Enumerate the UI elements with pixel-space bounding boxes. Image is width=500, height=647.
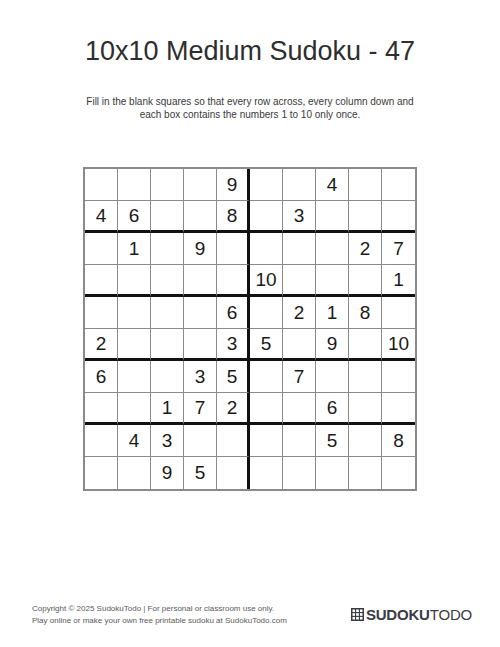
cell-r3c5 xyxy=(217,233,250,265)
footer: Copyright © 2025 SudokuTodo | For person… xyxy=(32,603,472,626)
cell-r1c7 xyxy=(283,169,316,201)
cell-r4c4 xyxy=(184,265,217,297)
cell-r10c9 xyxy=(349,457,382,489)
cell-r8c1 xyxy=(85,393,118,425)
instructions-line1: Fill in the blank squares so that every … xyxy=(86,96,413,107)
cell-r4c9 xyxy=(349,265,382,297)
cell-r8c5: 2 xyxy=(217,393,250,425)
cell-r6c3 xyxy=(151,329,184,361)
cell-r5c4 xyxy=(184,297,217,329)
logo-text-todo: TODO xyxy=(430,607,472,622)
cell-r2c1: 4 xyxy=(85,201,118,233)
cell-r1c10 xyxy=(382,169,415,201)
cell-r10c1 xyxy=(85,457,118,489)
sudoku-board: 9446831927101621823591063571726435895 xyxy=(83,167,417,491)
cell-r4c8 xyxy=(316,265,349,297)
cell-r6c1: 2 xyxy=(85,329,118,361)
cell-r8c8: 6 xyxy=(316,393,349,425)
cell-r10c3: 9 xyxy=(151,457,184,489)
cell-r9c1 xyxy=(85,425,118,457)
cell-r4c1 xyxy=(85,265,118,297)
cell-r9c5 xyxy=(217,425,250,457)
cell-r6c10: 10 xyxy=(382,329,415,361)
cell-r3c6 xyxy=(250,233,283,265)
sudoku-grid-icon xyxy=(351,608,364,621)
cell-r1c2 xyxy=(118,169,151,201)
cell-r1c8: 4 xyxy=(316,169,349,201)
copyright-line1: Copyright © 2025 SudokuTodo | For person… xyxy=(32,603,287,615)
footer-copyright: Copyright © 2025 SudokuTodo | For person… xyxy=(32,603,287,626)
puzzle-title: 10x10 Medium Sudoku - 47 xyxy=(0,36,500,67)
cell-r5c5: 6 xyxy=(217,297,250,329)
cell-r6c6: 5 xyxy=(250,329,283,361)
cell-r2c10 xyxy=(382,201,415,233)
cell-r5c2 xyxy=(118,297,151,329)
logo: SUDOKUTODO xyxy=(351,607,472,622)
cell-r9c2: 4 xyxy=(118,425,151,457)
cell-r4c7 xyxy=(283,265,316,297)
cell-r2c4 xyxy=(184,201,217,233)
cell-r9c3: 3 xyxy=(151,425,184,457)
cell-r2c3 xyxy=(151,201,184,233)
cell-r9c4 xyxy=(184,425,217,457)
copyright-line2: Play online or make your own free printa… xyxy=(32,615,287,627)
cell-r10c6 xyxy=(250,457,283,489)
cell-r9c6 xyxy=(250,425,283,457)
cell-r8c3: 1 xyxy=(151,393,184,425)
cell-r9c8: 5 xyxy=(316,425,349,457)
cell-r7c8 xyxy=(316,361,349,393)
cell-r5c6 xyxy=(250,297,283,329)
cell-r10c5 xyxy=(217,457,250,489)
page: 10x10 Medium Sudoku - 47 Fill in the bla… xyxy=(0,0,500,647)
cell-r2c2: 6 xyxy=(118,201,151,233)
cell-r6c2 xyxy=(118,329,151,361)
cell-r8c6 xyxy=(250,393,283,425)
cell-r5c7: 2 xyxy=(283,297,316,329)
cell-r1c3 xyxy=(151,169,184,201)
cell-r7c4: 3 xyxy=(184,361,217,393)
cell-r10c7 xyxy=(283,457,316,489)
cell-r2c5: 8 xyxy=(217,201,250,233)
cell-r7c2 xyxy=(118,361,151,393)
cell-r5c10 xyxy=(382,297,415,329)
cell-r2c6 xyxy=(250,201,283,233)
cell-r10c8 xyxy=(316,457,349,489)
cell-r9c10: 8 xyxy=(382,425,415,457)
cell-r6c5: 3 xyxy=(217,329,250,361)
cell-r2c7: 3 xyxy=(283,201,316,233)
cell-r6c4 xyxy=(184,329,217,361)
cell-r3c8 xyxy=(316,233,349,265)
cell-r2c9 xyxy=(349,201,382,233)
cell-r2c8 xyxy=(316,201,349,233)
cell-r8c4: 7 xyxy=(184,393,217,425)
cell-r8c2 xyxy=(118,393,151,425)
cell-r7c9 xyxy=(349,361,382,393)
cell-r5c1 xyxy=(85,297,118,329)
cell-r7c10 xyxy=(382,361,415,393)
cell-r8c10 xyxy=(382,393,415,425)
cell-r4c5 xyxy=(217,265,250,297)
cell-r1c9 xyxy=(349,169,382,201)
cell-r6c7 xyxy=(283,329,316,361)
cell-r4c2 xyxy=(118,265,151,297)
cell-r6c8: 9 xyxy=(316,329,349,361)
cell-r1c1 xyxy=(85,169,118,201)
cell-r5c8: 1 xyxy=(316,297,349,329)
cell-r4c3 xyxy=(151,265,184,297)
cell-r3c7 xyxy=(283,233,316,265)
cell-r9c7 xyxy=(283,425,316,457)
cell-r3c2: 1 xyxy=(118,233,151,265)
cell-r8c9 xyxy=(349,393,382,425)
cell-r5c3 xyxy=(151,297,184,329)
instructions-line2: each box contains the numbers 1 to 10 on… xyxy=(140,109,361,120)
cell-r10c4: 5 xyxy=(184,457,217,489)
cell-r7c7: 7 xyxy=(283,361,316,393)
cell-r10c10 xyxy=(382,457,415,489)
cell-r4c10: 1 xyxy=(382,265,415,297)
cell-r5c9: 8 xyxy=(349,297,382,329)
cell-r9c9 xyxy=(349,425,382,457)
cell-r7c3 xyxy=(151,361,184,393)
logo-text-sudoku: SUDOKU xyxy=(366,607,430,622)
cell-r7c1: 6 xyxy=(85,361,118,393)
cell-r1c4 xyxy=(184,169,217,201)
cell-r7c6 xyxy=(250,361,283,393)
cell-r8c7 xyxy=(283,393,316,425)
cell-r3c1 xyxy=(85,233,118,265)
cell-r3c10: 7 xyxy=(382,233,415,265)
cell-r4c6: 10 xyxy=(250,265,283,297)
cell-r6c9 xyxy=(349,329,382,361)
cell-r10c2 xyxy=(118,457,151,489)
cell-r3c4: 9 xyxy=(184,233,217,265)
cell-r1c5: 9 xyxy=(217,169,250,201)
cell-r1c6 xyxy=(250,169,283,201)
cell-r3c9: 2 xyxy=(349,233,382,265)
instructions: Fill in the blank squares so that every … xyxy=(40,95,460,121)
cell-r3c3 xyxy=(151,233,184,265)
cell-r7c5: 5 xyxy=(217,361,250,393)
